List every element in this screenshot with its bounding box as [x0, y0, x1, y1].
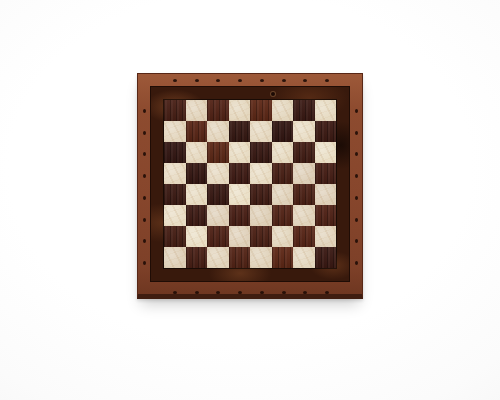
frame-dot-b-6 [282, 291, 286, 294]
square-r3c2 [186, 142, 208, 163]
frame-dot-l-5 [143, 196, 146, 200]
square-r4c1 [164, 163, 186, 184]
square-r1c3 [207, 100, 229, 121]
frame-dot-r-7 [355, 239, 358, 243]
square-r2c3 [207, 121, 229, 142]
square-r1c2 [186, 100, 208, 121]
square-r1c5 [250, 100, 272, 121]
frame-dot-t-3 [216, 79, 220, 82]
frame-dot-l-8 [143, 261, 146, 265]
square-r3c3 [207, 142, 229, 163]
square-r1c4 [229, 100, 251, 121]
square-r6c6 [272, 205, 294, 226]
square-r3c1 [164, 142, 186, 163]
square-r8c4 [229, 247, 251, 268]
square-r6c5 [250, 205, 272, 226]
square-r5c7 [293, 184, 315, 205]
frame-dot-l-6 [143, 218, 146, 222]
square-r8c3 [207, 247, 229, 268]
square-r6c3 [207, 205, 229, 226]
square-r8c8 [315, 247, 337, 268]
square-r3c8 [315, 142, 337, 163]
frame-dot-t-6 [282, 79, 286, 82]
square-r2c2 [186, 121, 208, 142]
square-r7c8 [315, 226, 337, 247]
square-r7c4 [229, 226, 251, 247]
chess-board [137, 73, 363, 299]
frame-dot-r-1 [355, 109, 358, 113]
square-r1c7 [293, 100, 315, 121]
frame-dot-b-7 [303, 291, 307, 294]
board-inner-border [150, 86, 350, 282]
square-r6c8 [315, 205, 337, 226]
square-r4c6 [272, 163, 294, 184]
pin-hole [271, 92, 275, 96]
frame-dot-r-6 [355, 218, 358, 222]
frame-dot-t-8 [325, 79, 329, 82]
square-r5c4 [229, 184, 251, 205]
square-r7c1 [164, 226, 186, 247]
frame-dot-t-1 [173, 79, 177, 82]
square-r4c8 [315, 163, 337, 184]
square-r5c6 [272, 184, 294, 205]
square-r8c7 [293, 247, 315, 268]
square-r6c2 [186, 205, 208, 226]
square-r5c8 [315, 184, 337, 205]
square-r7c7 [293, 226, 315, 247]
frame-dot-b-4 [238, 291, 242, 294]
square-r1c8 [315, 100, 337, 121]
square-r3c7 [293, 142, 315, 163]
square-r1c1 [164, 100, 186, 121]
square-r2c8 [315, 121, 337, 142]
square-r4c5 [250, 163, 272, 184]
frame-dot-t-4 [238, 79, 242, 82]
frame-dot-b-2 [195, 291, 199, 294]
frame-dot-l-2 [143, 131, 146, 135]
frame-dot-t-7 [303, 79, 307, 82]
frame-dot-b-5 [260, 291, 264, 294]
square-r7c2 [186, 226, 208, 247]
frame-dot-r-3 [355, 152, 358, 156]
frame-dot-l-3 [143, 152, 146, 156]
frame-dot-l-7 [143, 239, 146, 243]
square-r2c4 [229, 121, 251, 142]
square-r2c5 [250, 121, 272, 142]
frame-dot-t-2 [195, 79, 199, 82]
square-r5c5 [250, 184, 272, 205]
square-r8c5 [250, 247, 272, 268]
square-r6c4 [229, 205, 251, 226]
square-r2c7 [293, 121, 315, 142]
square-r7c6 [272, 226, 294, 247]
square-r2c1 [164, 121, 186, 142]
square-r6c1 [164, 205, 186, 226]
square-r3c6 [272, 142, 294, 163]
square-r8c1 [164, 247, 186, 268]
square-r3c5 [250, 142, 272, 163]
square-r4c7 [293, 163, 315, 184]
frame-dot-r-4 [355, 174, 358, 178]
frame-dot-l-1 [143, 109, 146, 113]
frame-dot-t-5 [260, 79, 264, 82]
frame-dot-b-3 [216, 291, 220, 294]
square-r4c2 [186, 163, 208, 184]
square-r4c4 [229, 163, 251, 184]
frame-dot-r-5 [355, 196, 358, 200]
frame-dot-r-8 [355, 261, 358, 265]
square-r5c3 [207, 184, 229, 205]
board-grid [163, 99, 337, 269]
frame-dot-b-8 [325, 291, 329, 294]
square-r5c2 [186, 184, 208, 205]
square-r3c4 [229, 142, 251, 163]
square-r6c7 [293, 205, 315, 226]
square-r8c6 [272, 247, 294, 268]
square-r7c3 [207, 226, 229, 247]
square-r7c5 [250, 226, 272, 247]
square-r2c6 [272, 121, 294, 142]
frame-dot-l-4 [143, 174, 146, 178]
square-r1c6 [272, 100, 294, 121]
product-photo-background [0, 0, 500, 400]
frame-dot-r-2 [355, 131, 358, 135]
square-r5c1 [164, 184, 186, 205]
frame-dot-b-1 [173, 291, 177, 294]
square-r8c2 [186, 247, 208, 268]
square-r4c3 [207, 163, 229, 184]
